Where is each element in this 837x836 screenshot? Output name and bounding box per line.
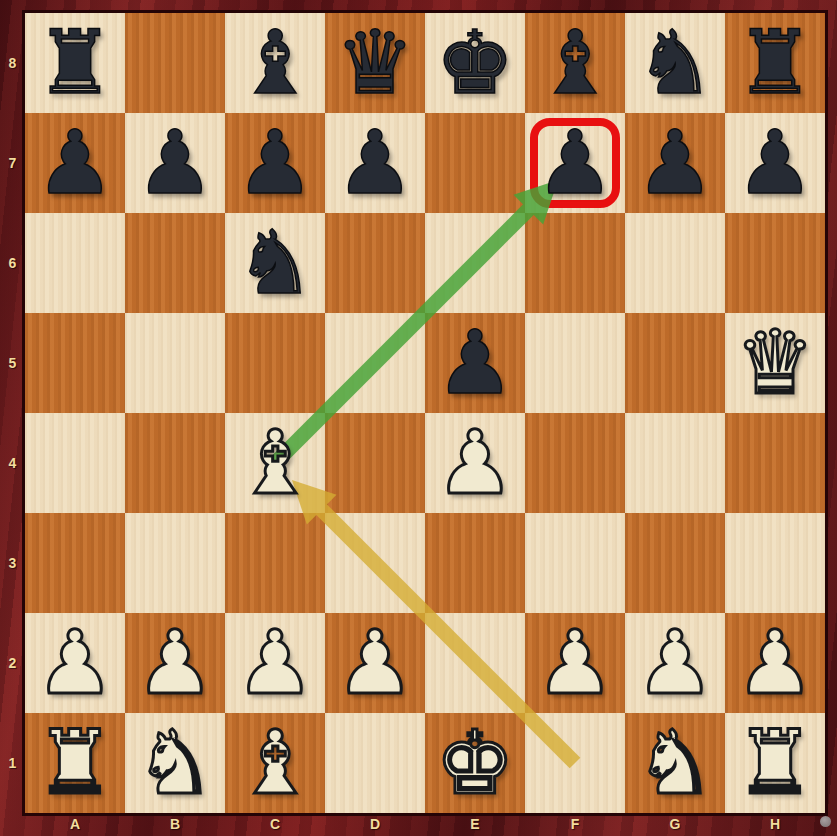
file-label-a: A: [25, 813, 125, 836]
white-pawn[interactable]: ♟: [125, 613, 225, 713]
square-e2[interactable]: [425, 613, 525, 713]
corner-dot: [820, 816, 831, 827]
square-b7[interactable]: ♟: [125, 113, 225, 213]
square-h4[interactable]: [725, 413, 825, 513]
square-d2[interactable]: ♟: [325, 613, 425, 713]
black-knight[interactable]: ♞: [225, 213, 325, 313]
square-g4[interactable]: [625, 413, 725, 513]
square-g3[interactable]: [625, 513, 725, 613]
square-a1[interactable]: ♜: [25, 713, 125, 813]
black-pawn[interactable]: ♟: [625, 113, 725, 213]
square-f3[interactable]: [525, 513, 625, 613]
square-h6[interactable]: [725, 213, 825, 313]
black-pawn[interactable]: ♟: [325, 113, 425, 213]
square-d6[interactable]: [325, 213, 425, 313]
square-b5[interactable]: [125, 313, 225, 413]
black-pawn[interactable]: ♟: [525, 113, 625, 213]
square-h1[interactable]: ♜: [725, 713, 825, 813]
square-c2[interactable]: ♟: [225, 613, 325, 713]
white-pawn[interactable]: ♟: [525, 613, 625, 713]
square-c4[interactable]: ♝: [225, 413, 325, 513]
white-pawn[interactable]: ♟: [425, 413, 525, 513]
black-queen[interactable]: ♛: [325, 13, 425, 113]
square-g5[interactable]: [625, 313, 725, 413]
square-e1[interactable]: ♚: [425, 713, 525, 813]
black-pawn[interactable]: ♟: [25, 113, 125, 213]
white-queen[interactable]: ♛: [725, 313, 825, 413]
square-f1[interactable]: [525, 713, 625, 813]
white-bishop[interactable]: ♝: [225, 713, 325, 813]
square-e7[interactable]: [425, 113, 525, 213]
rank-label-4: 4: [0, 413, 25, 513]
black-bishop[interactable]: ♝: [525, 13, 625, 113]
chess-board: ♜♝♛♚♝♞♜♟♟♟♟♟♟♟♞♟♛♝♟♟♟♟♟♟♟♟♜♞♝♚♞♜: [25, 13, 825, 813]
square-c5[interactable]: [225, 313, 325, 413]
square-f8[interactable]: ♝: [525, 13, 625, 113]
square-f4[interactable]: [525, 413, 625, 513]
square-g8[interactable]: ♞: [625, 13, 725, 113]
square-h8[interactable]: ♜: [725, 13, 825, 113]
file-label-g: G: [625, 813, 725, 836]
square-e8[interactable]: ♚: [425, 13, 525, 113]
rank-label-6: 6: [0, 213, 25, 313]
square-a5[interactable]: [25, 313, 125, 413]
black-pawn[interactable]: ♟: [125, 113, 225, 213]
square-c6[interactable]: ♞: [225, 213, 325, 313]
black-king[interactable]: ♚: [425, 13, 525, 113]
board-frame: ♜♝♛♚♝♞♜♟♟♟♟♟♟♟♞♟♛♝♟♟♟♟♟♟♟♟♜♞♝♚♞♜ 8765432…: [0, 0, 837, 836]
square-h5[interactable]: ♛: [725, 313, 825, 413]
square-b4[interactable]: [125, 413, 225, 513]
black-rook[interactable]: ♜: [25, 13, 125, 113]
white-pawn[interactable]: ♟: [325, 613, 425, 713]
square-a2[interactable]: ♟: [25, 613, 125, 713]
square-b6[interactable]: [125, 213, 225, 313]
rank-label-1: 1: [0, 713, 25, 813]
white-rook[interactable]: ♜: [725, 713, 825, 813]
black-pawn[interactable]: ♟: [725, 113, 825, 213]
file-label-d: D: [325, 813, 425, 836]
rank-label-3: 3: [0, 513, 25, 613]
white-king[interactable]: ♚: [425, 713, 525, 813]
square-f6[interactable]: [525, 213, 625, 313]
square-a8[interactable]: ♜: [25, 13, 125, 113]
white-pawn[interactable]: ♟: [25, 613, 125, 713]
rank-label-2: 2: [0, 613, 25, 713]
square-h2[interactable]: ♟: [725, 613, 825, 713]
file-label-c: C: [225, 813, 325, 836]
square-f5[interactable]: [525, 313, 625, 413]
white-pawn[interactable]: ♟: [725, 613, 825, 713]
square-f2[interactable]: ♟: [525, 613, 625, 713]
black-rook[interactable]: ♜: [725, 13, 825, 113]
square-d8[interactable]: ♛: [325, 13, 425, 113]
square-c3[interactable]: [225, 513, 325, 613]
black-bishop[interactable]: ♝: [225, 13, 325, 113]
square-b2[interactable]: ♟: [125, 613, 225, 713]
file-label-e: E: [425, 813, 525, 836]
square-d7[interactable]: ♟: [325, 113, 425, 213]
rank-label-8: 8: [0, 13, 25, 113]
square-c1[interactable]: ♝: [225, 713, 325, 813]
file-label-b: B: [125, 813, 225, 836]
square-d1[interactable]: [325, 713, 425, 813]
white-rook[interactable]: ♜: [25, 713, 125, 813]
white-knight[interactable]: ♞: [625, 713, 725, 813]
square-b1[interactable]: ♞: [125, 713, 225, 813]
black-pawn[interactable]: ♟: [425, 313, 525, 413]
square-f7[interactable]: ♟: [525, 113, 625, 213]
white-pawn[interactable]: ♟: [625, 613, 725, 713]
square-e3[interactable]: [425, 513, 525, 613]
square-b3[interactable]: [125, 513, 225, 613]
square-h3[interactable]: [725, 513, 825, 613]
square-a6[interactable]: [25, 213, 125, 313]
square-b8[interactable]: [125, 13, 225, 113]
white-bishop[interactable]: ♝: [225, 413, 325, 513]
rank-label-5: 5: [0, 313, 25, 413]
file-label-h: H: [725, 813, 825, 836]
file-label-f: F: [525, 813, 625, 836]
square-g1[interactable]: ♞: [625, 713, 725, 813]
square-g6[interactable]: [625, 213, 725, 313]
square-a7[interactable]: ♟: [25, 113, 125, 213]
white-pawn[interactable]: ♟: [225, 613, 325, 713]
black-pawn[interactable]: ♟: [225, 113, 325, 213]
black-knight[interactable]: ♞: [625, 13, 725, 113]
square-d5[interactable]: [325, 313, 425, 413]
square-d3[interactable]: [325, 513, 425, 613]
white-knight[interactable]: ♞: [125, 713, 225, 813]
square-g2[interactable]: ♟: [625, 613, 725, 713]
square-e5[interactable]: ♟: [425, 313, 525, 413]
square-e4[interactable]: ♟: [425, 413, 525, 513]
square-c8[interactable]: ♝: [225, 13, 325, 113]
square-c7[interactable]: ♟: [225, 113, 325, 213]
rank-label-7: 7: [0, 113, 25, 213]
square-e6[interactable]: [425, 213, 525, 313]
square-d4[interactable]: [325, 413, 425, 513]
square-a3[interactable]: [25, 513, 125, 613]
square-h7[interactable]: ♟: [725, 113, 825, 213]
square-a4[interactable]: [25, 413, 125, 513]
square-g7[interactable]: ♟: [625, 113, 725, 213]
